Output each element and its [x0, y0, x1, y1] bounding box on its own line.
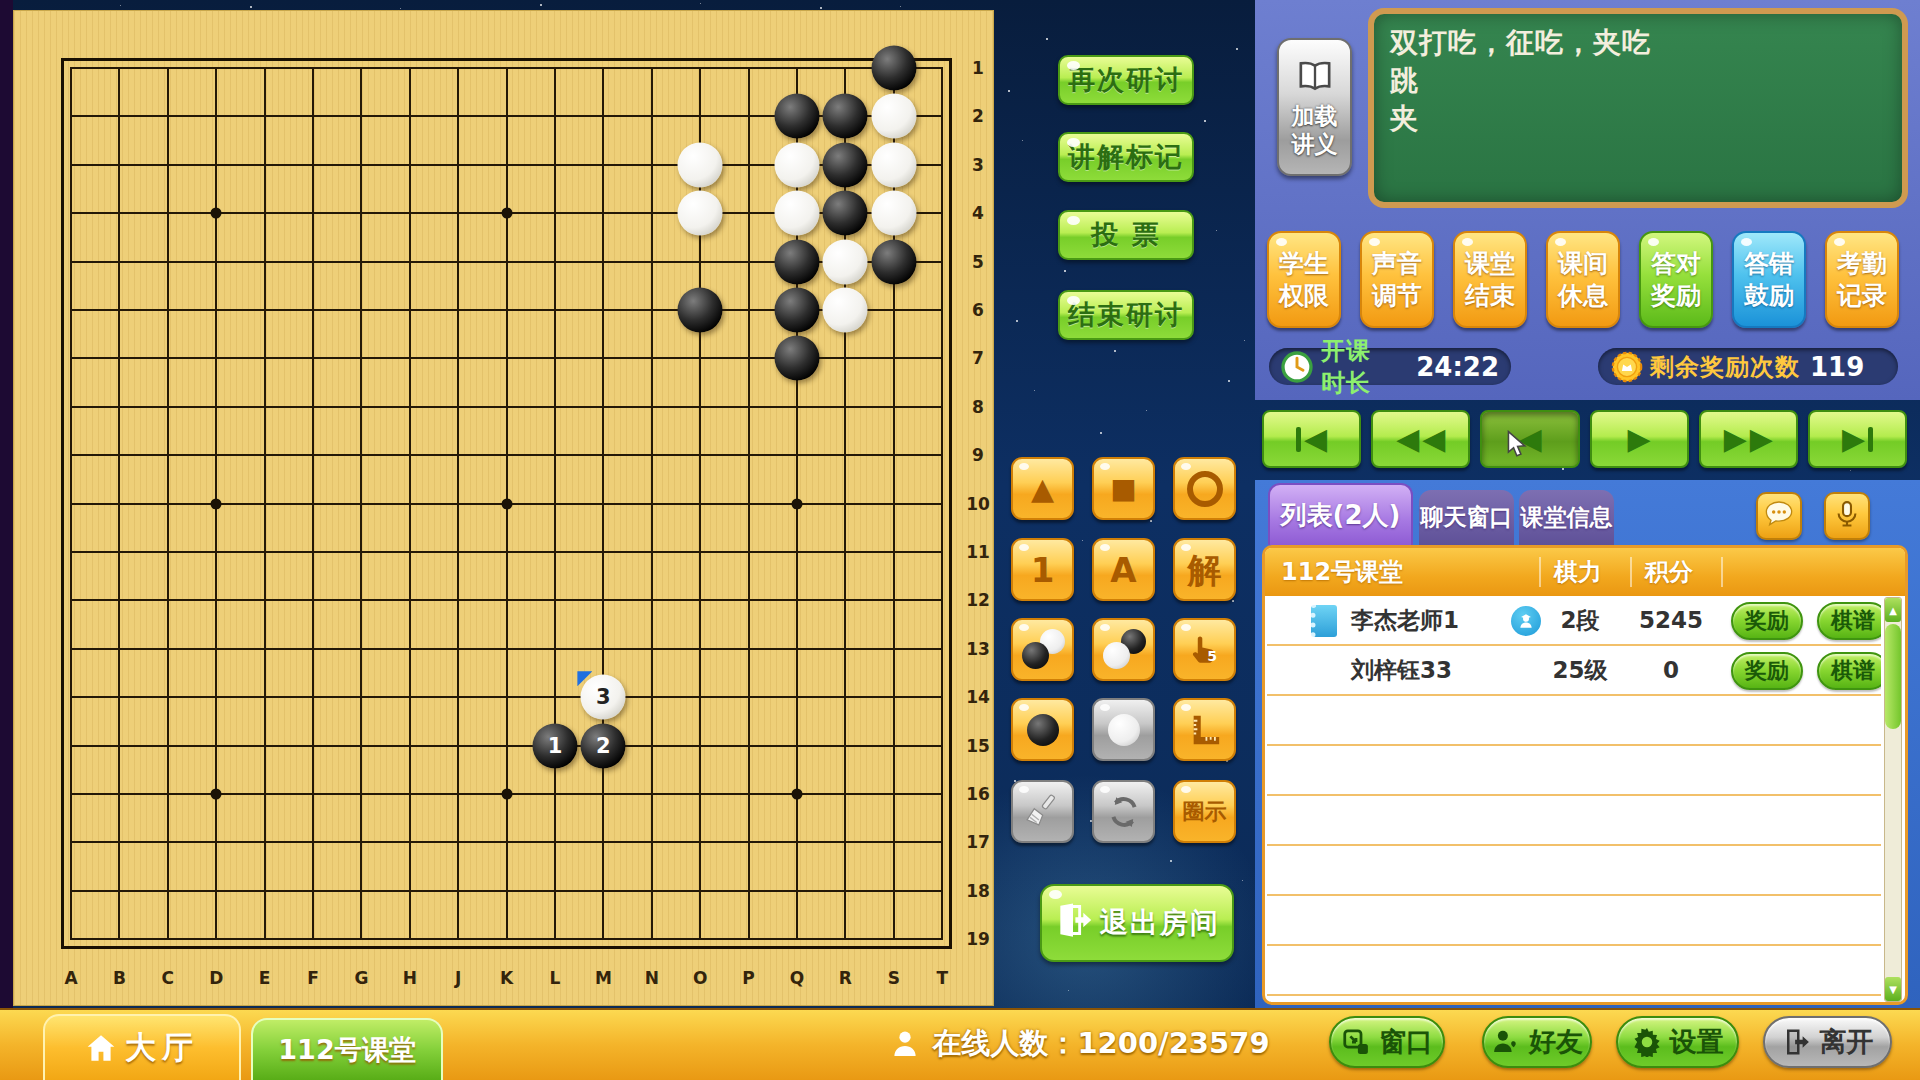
move-number-label: 3: [596, 687, 611, 708]
chalkboard-line: 夹: [1390, 100, 1886, 138]
letter-mark-icon: A: [1110, 553, 1136, 587]
letter-mark-tool-button[interactable]: A: [1092, 538, 1155, 601]
app-window: ABCDEFGHJKLMNOPQRST123456789101112131415…: [0, 0, 1920, 1080]
lobby-label: 大厅: [125, 1027, 199, 1069]
house-icon: [85, 1032, 117, 1064]
scroll-down-arrow[interactable]: ▼: [1885, 977, 1901, 1001]
ruler-tool-button[interactable]: [1173, 698, 1236, 761]
stone-black[interactable]: 2: [581, 723, 626, 768]
number-mark-icon: 1: [1031, 553, 1055, 587]
row-label: 3: [972, 155, 984, 175]
row-label: 13: [966, 639, 990, 659]
room-tab[interactable]: 112号课堂: [251, 1018, 443, 1080]
playback-controls: ◀◀◀◀▶▶▶▶: [1262, 410, 1907, 468]
class-button[interactable]: 考勤记录: [1825, 231, 1899, 328]
class-buttons: 学生权限声音调节课堂结束课间休息答对奖励答错鼓励考勤记录: [1267, 231, 1899, 328]
star-point: [211, 208, 222, 219]
play-button[interactable]: ▶: [1590, 410, 1689, 468]
stone-white[interactable]: 3: [581, 675, 626, 720]
column-label: P: [742, 968, 754, 988]
lobby-tab[interactable]: 大厅: [43, 1014, 241, 1080]
star-point: [501, 498, 512, 509]
settings-button[interactable]: 设置: [1616, 1016, 1739, 1068]
study-button[interactable]: 投 票: [1058, 210, 1194, 260]
player-name: 李杰老师1: [1351, 605, 1459, 636]
friends-icon: [1491, 1027, 1521, 1057]
gear-icon: [1632, 1027, 1662, 1057]
alternate-black-first-tool-button[interactable]: [1011, 618, 1074, 681]
stone-white[interactable]: [775, 142, 820, 187]
stone-white[interactable]: [823, 288, 868, 333]
stone-white[interactable]: [823, 239, 868, 284]
player-rank: 25级: [1552, 655, 1607, 686]
column-label: M: [595, 968, 612, 988]
clock-icon: [1281, 351, 1313, 383]
class-button[interactable]: 答对奖励: [1639, 231, 1713, 328]
star-point: [211, 789, 222, 800]
chat-bubble-icon: [1763, 498, 1795, 534]
row-label: 17: [966, 832, 990, 852]
row-label: 14: [966, 687, 990, 707]
left-edge: [0, 0, 13, 1008]
go-board[interactable]: ABCDEFGHJKLMNOPQRST123456789101112131415…: [13, 10, 994, 1006]
stone-black[interactable]: [871, 46, 916, 91]
white-stone-icon: [1108, 714, 1140, 746]
table-row: [1267, 696, 1881, 746]
star-point: [792, 498, 803, 509]
roster-header: 112号课堂 棋力 积分: [1265, 548, 1905, 596]
stone-white[interactable]: [871, 94, 916, 139]
ruler-icon: [1188, 713, 1222, 747]
leave-button[interactable]: 离开: [1763, 1016, 1892, 1068]
fast-forward-button[interactable]: ▶▶: [1699, 410, 1798, 468]
class-button[interactable]: 课间休息: [1546, 231, 1620, 328]
black-stone-tool-button[interactable]: [1011, 698, 1074, 761]
circle-mark-icon: [1187, 471, 1223, 507]
class-button[interactable]: 课堂结束: [1453, 231, 1527, 328]
online-count-text: 在线人数：1200/23579: [932, 1024, 1269, 1064]
class-button[interactable]: 声音调节: [1360, 231, 1434, 328]
column-label: Q: [790, 968, 804, 988]
reward-button[interactable]: 奖励: [1731, 652, 1803, 690]
tab-list[interactable]: 列表(2人): [1268, 483, 1413, 545]
last-button[interactable]: ▶: [1808, 410, 1907, 468]
stone-black[interactable]: [678, 288, 723, 333]
column-label: L: [550, 968, 561, 988]
roster-body: 李杰老师12段5245奖励棋谱刘梓钰3325级0奖励棋谱: [1267, 596, 1881, 1000]
exit-icon: [1782, 1027, 1812, 1057]
roster-col-score: 积分: [1645, 556, 1693, 588]
friends-button[interactable]: 好友: [1482, 1016, 1592, 1068]
triangle-mark-tool-button[interactable]: ▲: [1011, 457, 1074, 520]
person-icon: [890, 1029, 920, 1059]
chalkboard-line: 跳: [1390, 62, 1886, 100]
stone-black[interactable]: [823, 94, 868, 139]
column-label: K: [500, 968, 513, 988]
circle-show-tool-button[interactable]: 圈示: [1173, 780, 1236, 843]
table-row[interactable]: 刘梓钰3325级0奖励棋谱: [1267, 646, 1881, 696]
row-label: 8: [972, 397, 984, 417]
broom-tool-button[interactable]: [1011, 780, 1074, 843]
class-duration-pill: 开课时长 24:22: [1269, 348, 1511, 385]
avatar: [1511, 606, 1541, 636]
window-icon: [1341, 1027, 1371, 1057]
row-label: 4: [972, 203, 984, 223]
study-button[interactable]: 再次研讨: [1058, 55, 1194, 105]
row-label: 15: [966, 736, 990, 756]
exit-room-button[interactable]: 退出房间: [1040, 884, 1234, 962]
white-stone-tool-button[interactable]: [1092, 698, 1155, 761]
triangle-mark-icon: ▲: [1031, 474, 1054, 504]
stone-white[interactable]: [678, 142, 723, 187]
column-label: S: [888, 968, 900, 988]
row-label: 6: [972, 300, 984, 320]
column-label: B: [113, 968, 126, 988]
roster-scrollbar[interactable]: ▲ ▼: [1884, 597, 1902, 1002]
column-label: T: [936, 968, 948, 988]
column-label: C: [162, 968, 174, 988]
refresh-tool-button[interactable]: [1092, 780, 1155, 843]
alternate-white-first-tool-button[interactable]: [1092, 618, 1155, 681]
row-label: 18: [966, 881, 990, 901]
column-label: J: [455, 968, 461, 988]
kifu-button[interactable]: 棋谱: [1817, 602, 1881, 640]
row-label: 5: [972, 252, 984, 272]
table-row: [1267, 896, 1881, 946]
reward-count-value: 119: [1810, 352, 1864, 382]
column-label: O: [693, 968, 707, 988]
circle-show-icon: 圈示: [1183, 801, 1227, 823]
row-label: 1: [972, 58, 984, 78]
column-label: D: [209, 968, 223, 988]
stone-white[interactable]: [678, 191, 723, 236]
column-label: F: [307, 968, 319, 988]
circle-mark-tool-button[interactable]: [1173, 457, 1236, 520]
square-mark-tool-button[interactable]: ■: [1092, 457, 1155, 520]
roster-panel: 112号课堂 棋力 积分 李杰老师12段5245奖励棋谱刘梓钰3325级0奖励棋…: [1262, 545, 1908, 1005]
scroll-up-arrow[interactable]: ▲: [1885, 598, 1901, 622]
stone-black[interactable]: [823, 142, 868, 187]
column-label: N: [645, 968, 659, 988]
kifu-button[interactable]: 棋谱: [1817, 652, 1881, 690]
online-count: 在线人数：1200/23579: [850, 1020, 1310, 1068]
roster-col-rank: 棋力: [1554, 556, 1602, 588]
chalkboard: 双打吃，征吃，夹吃 跳 夹: [1368, 8, 1908, 208]
row-label: 7: [972, 348, 984, 368]
column-label: G: [354, 968, 368, 988]
study-button[interactable]: 结束研讨: [1058, 290, 1194, 340]
stone-white[interactable]: [871, 191, 916, 236]
row-label: 2: [972, 106, 984, 126]
table-row: [1267, 846, 1881, 896]
chat-bubble-button[interactable]: [1756, 492, 1802, 540]
move-number-label: 2: [596, 735, 611, 756]
stone-black[interactable]: [775, 239, 820, 284]
hand-five-tool-button[interactable]: 5: [1173, 618, 1236, 681]
answer-mark-icon: 解: [1188, 553, 1222, 587]
player-name: 刘梓钰33: [1351, 655, 1452, 686]
notebook-icon: [1311, 605, 1337, 637]
hand-five-icon: 5: [1188, 633, 1222, 667]
player-score: 0: [1663, 657, 1679, 683]
star-point: [792, 789, 803, 800]
column-label: A: [64, 968, 77, 988]
refresh-icon: [1107, 795, 1141, 829]
table-row: [1267, 796, 1881, 846]
stone-white[interactable]: [871, 142, 916, 187]
row-label: 11: [966, 542, 990, 562]
stone-black[interactable]: [775, 94, 820, 139]
answer-mark-tool-button[interactable]: 解: [1173, 538, 1236, 601]
step-back-button[interactable]: ◀: [1480, 410, 1579, 468]
stone-white[interactable]: [775, 191, 820, 236]
row-label: 12: [966, 590, 990, 610]
star-point: [211, 498, 222, 509]
room-tab-label: 112号课堂: [278, 1032, 415, 1068]
class-button[interactable]: 学生权限: [1267, 231, 1341, 328]
column-label: H: [403, 968, 417, 988]
medal-icon: [1610, 350, 1644, 384]
roster-room-title: 112号课堂: [1281, 556, 1403, 588]
chalkboard-line: 双打吃，征吃，夹吃: [1390, 24, 1886, 62]
alternate-white-first-icon: [1101, 627, 1147, 673]
first-button[interactable]: ◀: [1262, 410, 1361, 468]
star-point: [501, 208, 512, 219]
stone-black[interactable]: [775, 336, 820, 381]
svg-text:5: 5: [1207, 648, 1217, 664]
tab-chat[interactable]: 聊天窗口: [1419, 490, 1514, 545]
class-duration-value: 24:22: [1416, 352, 1499, 382]
class-button[interactable]: 答错鼓励: [1732, 231, 1806, 328]
window-button[interactable]: 窗口: [1329, 1016, 1445, 1068]
player-rank: 2段: [1560, 605, 1599, 636]
stone-black[interactable]: [871, 239, 916, 284]
row-label: 10: [966, 494, 990, 514]
reward-count-label: 剩余奖励次数: [1650, 351, 1800, 383]
move-number-label: 1: [548, 735, 563, 756]
load-lecture-line2: 讲义: [1292, 131, 1338, 157]
table-row: [1267, 746, 1881, 796]
scroll-thumb[interactable]: [1885, 624, 1901, 729]
row-label: 19: [966, 929, 990, 949]
reward-button[interactable]: 奖励: [1731, 602, 1803, 640]
load-lecture-button[interactable]: 加载 讲义: [1277, 38, 1352, 176]
study-button[interactable]: 讲解标记: [1058, 132, 1194, 182]
black-stone-icon: [1027, 714, 1059, 746]
class-duration-label: 开课时长: [1321, 335, 1394, 399]
row-label: 16: [966, 784, 990, 804]
square-mark-icon: ■: [1110, 475, 1136, 503]
stone-black[interactable]: [823, 191, 868, 236]
row-label: 9: [972, 445, 984, 465]
tab-class-info[interactable]: 课堂信息: [1519, 490, 1614, 545]
column-label: E: [259, 968, 271, 988]
microphone-icon: [1833, 499, 1861, 533]
exit-room-label: 退出房间: [1100, 904, 1220, 942]
table-row[interactable]: 李杰老师12段5245奖励棋谱: [1267, 596, 1881, 646]
stone-black[interactable]: [775, 288, 820, 333]
book-icon: [1292, 57, 1338, 101]
number-mark-tool-button[interactable]: 1: [1011, 538, 1074, 601]
exit-door-icon: [1054, 901, 1092, 946]
reward-count-pill: 剩余奖励次数 119: [1598, 348, 1898, 385]
broom-icon: [1025, 794, 1061, 830]
column-label: R: [839, 968, 852, 988]
alternate-black-first-icon: [1020, 627, 1066, 673]
rewind-button[interactable]: ◀◀: [1371, 410, 1470, 468]
mouse-cursor: [1505, 430, 1529, 462]
star-point: [501, 789, 512, 800]
player-score: 5245: [1639, 607, 1703, 633]
load-lecture-line1: 加载: [1292, 103, 1338, 129]
table-row: [1267, 946, 1881, 996]
stone-black[interactable]: 1: [533, 723, 578, 768]
microphone-button[interactable]: [1824, 492, 1870, 540]
